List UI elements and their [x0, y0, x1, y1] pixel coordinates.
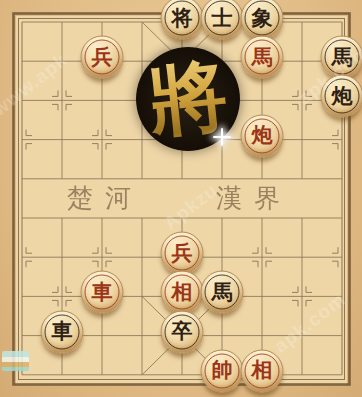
piece-black-soldier-5-9[interactable]: 卒: [161, 310, 204, 353]
site-badge: [2, 351, 29, 371]
piece-red-general-6-10[interactable]: 帥: [201, 349, 244, 392]
piece-character: 炮: [252, 125, 273, 146]
piece-red-soldier-5-7[interactable]: 兵: [161, 232, 204, 275]
piece-character: 馬: [212, 281, 233, 302]
piece-character: 象: [252, 7, 273, 28]
piece-red-chariot-3-8[interactable]: 車: [81, 271, 124, 314]
piece-character: 炮: [332, 85, 353, 106]
piece-red-horse-7-2[interactable]: 馬: [241, 36, 284, 79]
piece-red-elephant-7-10[interactable]: 相: [241, 349, 284, 392]
piece-character: 士: [212, 7, 233, 28]
piece-character: 相: [172, 281, 193, 302]
piece-character: 将: [172, 7, 193, 28]
piece-black-chariot-2-9[interactable]: 車: [41, 310, 84, 353]
piece-character: 卒: [172, 321, 193, 342]
logo-character: 將: [144, 43, 233, 156]
piece-character: 馬: [252, 46, 273, 67]
piece-red-elephant-5-8[interactable]: 相: [161, 271, 204, 314]
piece-black-horse-6-8[interactable]: 馬: [201, 271, 244, 314]
river-label-chu: 楚河: [67, 183, 143, 215]
piece-character: 相: [252, 360, 273, 381]
piece-black-horse-9-2[interactable]: 馬: [321, 36, 362, 79]
piece-character: 帥: [212, 360, 233, 381]
river-label-han: 漢界: [216, 183, 292, 215]
piece-black-cannon-9-3[interactable]: 炮: [321, 75, 362, 118]
piece-red-cannon-7-4[interactable]: 炮: [241, 114, 284, 157]
piece-character: 兵: [172, 242, 193, 263]
piece-character: 車: [52, 321, 73, 342]
piece-character: 車: [92, 281, 113, 302]
piece-character: 兵: [92, 46, 113, 67]
piece-character: 馬: [332, 46, 353, 67]
xiangqi-board[interactable]: 楚河 漢界 将士象兵馬馬炮炮兵車相馬車卒帥相 將 www.apk apk.com…: [0, 0, 362, 397]
piece-red-soldier-3-2[interactable]: 兵: [81, 36, 124, 79]
